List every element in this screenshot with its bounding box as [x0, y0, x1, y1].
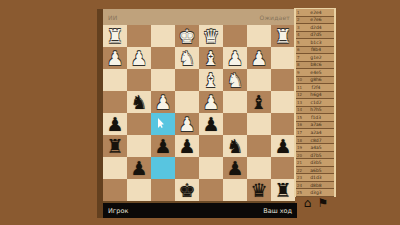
move-row[interactable]: 2e7e6	[296, 17, 334, 25]
move-number: 9	[296, 70, 304, 75]
square-a7[interactable]	[271, 157, 295, 179]
move-text: c8d7	[304, 138, 334, 143]
white-pawn: ♟	[130, 47, 147, 69]
move-text: g1e2	[304, 55, 334, 60]
move-row[interactable]: 4d7d5	[296, 32, 334, 40]
move-row[interactable]: 11f2f4	[296, 84, 334, 92]
white-pawn: ♟	[250, 47, 267, 69]
move-text: d7d5	[304, 32, 334, 37]
square-c4[interactable]	[223, 91, 247, 113]
square-f8[interactable]	[151, 179, 175, 201]
square-d7[interactable]	[199, 157, 223, 179]
white-king: ♚	[178, 25, 195, 47]
square-d4[interactable]: ♟	[199, 91, 223, 113]
flag-icon[interactable]: ⚑	[317, 196, 328, 210]
square-d1[interactable]: ♛	[199, 25, 223, 47]
square-b5[interactable]	[247, 113, 271, 135]
move-text: d3b5	[304, 160, 334, 165]
square-b2[interactable]: ♟	[247, 47, 271, 69]
move-text: e2e4	[304, 10, 334, 15]
move-number: 21	[296, 160, 304, 165]
black-king: ♚	[178, 179, 195, 201]
move-text: a7a6	[304, 122, 334, 127]
move-text: a2a4	[304, 130, 334, 135]
white-knight: ♞	[178, 47, 195, 69]
move-row[interactable]: 5b1c3	[296, 39, 334, 47]
white-queen: ♛	[202, 25, 219, 47]
square-b7[interactable]	[247, 157, 271, 179]
move-text: h6g4	[304, 92, 334, 97]
turn-indicator: Ваш ход	[263, 207, 292, 215]
square-g8[interactable]	[127, 179, 151, 201]
move-number: 5	[296, 40, 304, 45]
move-row[interactable]: 18c8d7	[296, 137, 334, 145]
black-queen: ♛	[250, 179, 267, 201]
move-row[interactable]: 17a2a4	[296, 129, 334, 137]
move-text: c1d2	[304, 100, 334, 105]
square-g7[interactable]: ♟	[127, 157, 151, 179]
black-rook: ♜	[106, 135, 123, 157]
square-a6[interactable]: ♟	[271, 135, 295, 157]
move-list: 1e2e42e7e63d2d44d7d55b1c36f8b47g1e28b8c6…	[294, 8, 336, 197]
square-f3[interactable]	[151, 69, 175, 91]
square-e2[interactable]: ♞	[175, 47, 199, 69]
move-number: 6	[296, 47, 304, 52]
square-a5[interactable]	[271, 113, 295, 135]
white-bishop: ♝	[202, 69, 219, 91]
move-row[interactable]: 16a7a6	[296, 122, 334, 130]
square-e7[interactable]	[175, 157, 199, 179]
square-a3[interactable]	[271, 69, 295, 91]
square-g1[interactable]	[127, 25, 151, 47]
move-number: 15	[296, 115, 304, 120]
move-text: f2f4	[304, 85, 334, 90]
square-h5[interactable]: ♟	[103, 113, 127, 135]
square-b3[interactable]	[247, 69, 271, 91]
square-g5[interactable]	[127, 113, 151, 135]
move-row[interactable]: 10g8h6	[296, 77, 334, 85]
move-number: 24	[296, 183, 304, 188]
move-row[interactable]: 3d2d4	[296, 24, 334, 32]
white-rook: ♜	[274, 25, 291, 47]
move-row[interactable]: 14h7h5	[296, 107, 334, 115]
black-bishop: ♝	[250, 91, 267, 113]
white-pawn: ♟	[154, 91, 171, 113]
white-pawn: ♟	[178, 113, 195, 135]
move-text: d7b5	[304, 153, 334, 158]
black-pawn: ♟	[130, 157, 147, 179]
square-g2[interactable]: ♟	[127, 47, 151, 69]
move-number: 18	[296, 138, 304, 143]
square-a1[interactable]: ♜	[271, 25, 295, 47]
chess-board: ♜♚♛♜♟♟♞♝♟♟♝♞♞♟♟♝♟♟♟♜♟♟♞♟♟♟♚♛♜	[103, 25, 295, 203]
black-pawn: ♟	[226, 157, 243, 179]
square-h6[interactable]: ♜	[103, 135, 127, 157]
white-bishop: ♝	[202, 47, 219, 69]
move-number: 13	[296, 100, 304, 105]
square-h1[interactable]: ♜	[103, 25, 127, 47]
move-row[interactable]: 22a6b5	[296, 167, 334, 175]
square-e5[interactable]: ♟	[175, 113, 199, 135]
square-a2[interactable]	[271, 47, 295, 69]
player-name: Игрок	[108, 207, 128, 215]
move-text: d1d3	[304, 175, 334, 180]
move-row[interactable]: 15f1d3	[296, 114, 334, 122]
square-c3[interactable]: ♞	[223, 69, 247, 91]
move-number: 7	[296, 55, 304, 60]
black-pawn: ♟	[274, 135, 291, 157]
move-row[interactable]: 19a4a5	[296, 144, 334, 152]
square-e8[interactable]: ♚	[175, 179, 199, 201]
square-d5[interactable]: ♟	[199, 113, 223, 135]
move-text: g8h6	[304, 77, 334, 82]
opponent-bar: ИИ Ожидает	[103, 9, 295, 25]
square-h4[interactable]	[103, 91, 127, 113]
black-pawn: ♟	[178, 135, 195, 157]
move-row[interactable]: 24d8b8	[296, 182, 334, 190]
move-text: b1c3	[304, 40, 334, 45]
move-text: h7h5	[304, 107, 334, 112]
move-text: f8b4	[304, 47, 334, 52]
opponent-status: Ожидает	[260, 14, 290, 21]
square-e1[interactable]: ♚	[175, 25, 199, 47]
move-row[interactable]: 6f8b4	[296, 47, 334, 55]
move-row[interactable]: 9e4e5	[296, 69, 334, 77]
home-icon[interactable]: ⌂	[304, 196, 312, 210]
square-h2[interactable]: ♟	[103, 47, 127, 69]
move-number: 4	[296, 32, 304, 37]
square-e3[interactable]	[175, 69, 199, 91]
square-b4[interactable]: ♝	[247, 91, 271, 113]
move-row[interactable]: 12h6g4	[296, 92, 334, 100]
square-d2[interactable]: ♝	[199, 47, 223, 69]
square-h7[interactable]	[103, 157, 127, 179]
square-b8[interactable]: ♛	[247, 179, 271, 201]
square-c5[interactable]	[223, 113, 247, 135]
square-a8[interactable]: ♜	[271, 179, 295, 201]
move-number: 23	[296, 175, 304, 180]
move-number: 2	[296, 17, 304, 22]
move-number: 10	[296, 77, 304, 82]
square-g3[interactable]	[127, 69, 151, 91]
move-number: 8	[296, 62, 304, 67]
move-row[interactable]: 23d1d3	[296, 174, 334, 182]
move-number: 11	[296, 85, 304, 90]
move-number: 3	[296, 25, 304, 30]
move-number: 14	[296, 107, 304, 112]
square-h3[interactable]	[103, 69, 127, 91]
square-g6[interactable]	[127, 135, 151, 157]
square-a4[interactable]	[271, 91, 295, 113]
move-row[interactable]: 21d3b5	[296, 159, 334, 167]
move-row[interactable]: 7g1e2	[296, 54, 334, 62]
square-h8[interactable]	[103, 179, 127, 201]
move-number: 19	[296, 145, 304, 150]
move-number: 20	[296, 153, 304, 158]
square-f6[interactable]: ♟	[151, 135, 175, 157]
square-f4[interactable]: ♟	[151, 91, 175, 113]
square-g4[interactable]: ♞	[127, 91, 151, 113]
black-pawn: ♟	[154, 135, 171, 157]
square-f7[interactable]	[151, 157, 175, 179]
move-text: b8c6	[304, 62, 334, 67]
black-pawn: ♟	[106, 113, 123, 135]
move-text: f1d3	[304, 115, 334, 120]
move-text: e7e6	[304, 17, 334, 22]
white-pawn: ♟	[202, 91, 219, 113]
move-text: e4e5	[304, 70, 334, 75]
square-b6[interactable]	[247, 135, 271, 157]
square-c8[interactable]	[223, 179, 247, 201]
black-knight: ♞	[226, 135, 243, 157]
move-row[interactable]: 8b8c6	[296, 62, 334, 70]
move-number: 1	[296, 10, 304, 15]
square-c1[interactable]	[223, 25, 247, 47]
black-knight: ♞	[130, 91, 147, 113]
square-d3[interactable]: ♝	[199, 69, 223, 91]
square-c7[interactable]: ♟	[223, 157, 247, 179]
white-knight: ♞	[226, 69, 243, 91]
move-text: d8b8	[304, 183, 334, 188]
square-c2[interactable]: ♟	[223, 47, 247, 69]
move-number: 12	[296, 92, 304, 97]
move-text: a6b5	[304, 168, 334, 173]
opponent-name: ИИ	[108, 14, 117, 21]
move-row[interactable]: 1e2e4	[296, 9, 334, 17]
move-text: a4a5	[304, 145, 334, 150]
square-c6[interactable]: ♞	[223, 135, 247, 157]
move-number: 22	[296, 168, 304, 173]
app-background: ИИ Ожидает ♜♚♛♜♟♟♞♝♟♟♝♞♞♟♟♝♟♟♟♜♟♟♞♟♟♟♚♛♜…	[0, 0, 400, 225]
move-text: d2d4	[304, 25, 334, 30]
black-rook: ♜	[274, 179, 291, 201]
move-row[interactable]: 20d7b5	[296, 152, 334, 160]
black-pawn: ♟	[202, 113, 219, 135]
move-number: 17	[296, 130, 304, 135]
square-f2[interactable]	[151, 47, 175, 69]
white-rook: ♜	[106, 25, 123, 47]
square-d6[interactable]	[199, 135, 223, 157]
panel-buttons: ⌂ ⚑	[296, 194, 336, 212]
square-e6[interactable]: ♟	[175, 135, 199, 157]
square-d8[interactable]	[199, 179, 223, 201]
square-b1[interactable]	[247, 25, 271, 47]
square-f1[interactable]	[151, 25, 175, 47]
square-e4[interactable]	[175, 91, 199, 113]
move-number: 16	[296, 122, 304, 127]
move-row[interactable]: 13c1d2	[296, 99, 334, 107]
player-bar: Игрок Ваш ход	[103, 203, 297, 218]
white-pawn: ♟	[226, 47, 243, 69]
white-pawn: ♟	[106, 47, 123, 69]
